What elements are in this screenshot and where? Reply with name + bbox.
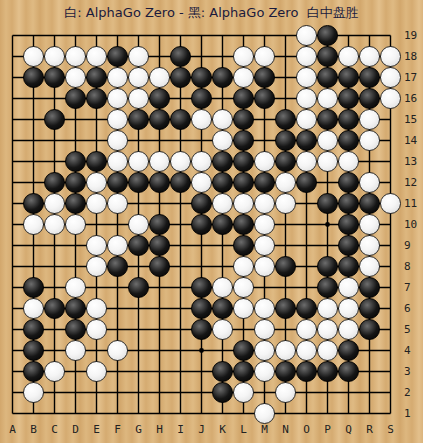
white-stone xyxy=(254,298,275,319)
white-stone xyxy=(275,193,296,214)
row-label: 12 xyxy=(404,176,423,190)
white-stone xyxy=(317,151,338,172)
black-stone xyxy=(338,130,359,151)
black-stone xyxy=(107,172,128,193)
col-label: S xyxy=(380,423,401,436)
row-label: 2 xyxy=(404,386,423,400)
star-point xyxy=(199,348,204,353)
white-stone xyxy=(233,298,254,319)
black-stone xyxy=(338,235,359,256)
black-stone xyxy=(233,172,254,193)
black-stone xyxy=(212,67,233,88)
white-stone xyxy=(191,109,212,130)
row-label: 4 xyxy=(404,344,423,358)
black-stone xyxy=(23,319,44,340)
black-stone xyxy=(233,151,254,172)
black-stone xyxy=(233,235,254,256)
row-label: 11 xyxy=(404,197,423,211)
white-stone xyxy=(23,382,44,403)
col-label: A xyxy=(2,423,23,436)
white-stone xyxy=(233,46,254,67)
white-stone xyxy=(149,67,170,88)
white-stone xyxy=(380,67,401,88)
white-stone xyxy=(275,382,296,403)
black-stone xyxy=(191,67,212,88)
black-stone xyxy=(149,88,170,109)
col-label: K xyxy=(212,423,233,436)
black-stone xyxy=(233,340,254,361)
black-stone xyxy=(275,130,296,151)
white-stone xyxy=(86,256,107,277)
white-stone xyxy=(191,172,212,193)
black-stone xyxy=(128,172,149,193)
black-stone xyxy=(128,109,149,130)
black-stone xyxy=(317,46,338,67)
black-stone xyxy=(296,130,317,151)
white-stone xyxy=(359,214,380,235)
row-label: 1 xyxy=(404,407,423,421)
black-stone xyxy=(338,340,359,361)
col-label: E xyxy=(86,423,107,436)
col-label: N xyxy=(275,423,296,436)
black-stone xyxy=(191,277,212,298)
white-stone xyxy=(296,46,317,67)
col-label: C xyxy=(44,423,65,436)
black-stone xyxy=(233,361,254,382)
white-stone xyxy=(254,256,275,277)
black-stone xyxy=(338,172,359,193)
black-stone xyxy=(359,67,380,88)
black-stone xyxy=(86,88,107,109)
white-stone xyxy=(107,193,128,214)
white-stone xyxy=(317,88,338,109)
row-label: 8 xyxy=(404,260,423,274)
white-stone xyxy=(296,109,317,130)
white-stone xyxy=(254,151,275,172)
go-board[interactable]: ABCDEFGHIJKLMNOPQRS 19181716151413121110… xyxy=(2,25,423,443)
col-label: R xyxy=(359,423,380,436)
white-stone xyxy=(107,340,128,361)
white-stone xyxy=(65,67,86,88)
black-stone xyxy=(212,214,233,235)
white-stone xyxy=(44,193,65,214)
white-stone xyxy=(128,214,149,235)
black-stone xyxy=(191,193,212,214)
white-stone xyxy=(86,46,107,67)
black-stone xyxy=(338,214,359,235)
black-stone xyxy=(275,109,296,130)
white-stone xyxy=(338,151,359,172)
row-label: 10 xyxy=(404,218,423,232)
white-stone xyxy=(338,298,359,319)
white-stone xyxy=(128,67,149,88)
white-stone xyxy=(254,46,275,67)
black-stone xyxy=(317,193,338,214)
white-stone xyxy=(107,88,128,109)
black-stone xyxy=(65,193,86,214)
black-stone xyxy=(65,151,86,172)
black-stone xyxy=(212,172,233,193)
black-stone xyxy=(359,277,380,298)
white-stone xyxy=(254,340,275,361)
white-stone xyxy=(296,340,317,361)
white-stone xyxy=(65,46,86,67)
white-stone xyxy=(254,319,275,340)
black-stone xyxy=(317,109,338,130)
col-label: H xyxy=(149,423,170,436)
white-stone xyxy=(23,298,44,319)
white-stone xyxy=(170,151,191,172)
white-stone xyxy=(107,151,128,172)
white-stone xyxy=(128,88,149,109)
white-stone xyxy=(44,214,65,235)
black-stone xyxy=(44,109,65,130)
black-stone xyxy=(296,361,317,382)
white-stone xyxy=(86,361,107,382)
black-stone xyxy=(191,298,212,319)
white-stone xyxy=(212,277,233,298)
white-stone xyxy=(338,46,359,67)
white-stone xyxy=(212,130,233,151)
black-stone xyxy=(149,214,170,235)
white-stone xyxy=(359,46,380,67)
black-stone xyxy=(359,298,380,319)
white-stone xyxy=(317,319,338,340)
black-stone xyxy=(170,109,191,130)
black-stone xyxy=(317,25,338,46)
white-stone xyxy=(86,193,107,214)
white-stone xyxy=(107,235,128,256)
white-stone xyxy=(44,46,65,67)
row-label: 13 xyxy=(404,155,423,169)
white-stone xyxy=(86,172,107,193)
black-stone xyxy=(191,214,212,235)
row-label: 15 xyxy=(404,113,423,127)
white-stone xyxy=(65,340,86,361)
white-stone xyxy=(233,382,254,403)
black-stone xyxy=(338,88,359,109)
white-stone xyxy=(23,214,44,235)
black-stone xyxy=(107,256,128,277)
white-stone xyxy=(23,46,44,67)
black-stone xyxy=(65,88,86,109)
white-stone xyxy=(212,319,233,340)
black-stone xyxy=(23,340,44,361)
black-stone xyxy=(65,298,86,319)
white-stone xyxy=(233,277,254,298)
black-stone xyxy=(149,256,170,277)
white-stone xyxy=(359,172,380,193)
row-label: 16 xyxy=(404,92,423,106)
black-stone xyxy=(338,361,359,382)
white-stone xyxy=(212,193,233,214)
white-stone xyxy=(44,361,65,382)
row-label: 17 xyxy=(404,71,423,85)
row-label: 18 xyxy=(404,50,423,64)
white-stone xyxy=(233,256,254,277)
black-stone xyxy=(149,109,170,130)
black-stone xyxy=(359,193,380,214)
row-label: 7 xyxy=(404,281,423,295)
col-label: Q xyxy=(338,423,359,436)
black-stone xyxy=(233,130,254,151)
white-stone xyxy=(380,46,401,67)
black-stone xyxy=(275,256,296,277)
white-stone xyxy=(359,130,380,151)
black-stone xyxy=(296,172,317,193)
black-stone xyxy=(254,172,275,193)
col-label: J xyxy=(191,423,212,436)
col-label: L xyxy=(233,423,254,436)
black-stone xyxy=(359,88,380,109)
white-stone xyxy=(254,361,275,382)
black-stone xyxy=(23,67,44,88)
black-stone xyxy=(212,361,233,382)
black-stone xyxy=(44,172,65,193)
black-stone xyxy=(23,193,44,214)
black-stone xyxy=(170,46,191,67)
black-stone xyxy=(233,88,254,109)
white-stone xyxy=(65,214,86,235)
white-stone xyxy=(380,193,401,214)
col-label: D xyxy=(65,423,86,436)
white-stone xyxy=(296,25,317,46)
white-stone xyxy=(86,319,107,340)
black-stone xyxy=(233,109,254,130)
white-stone xyxy=(338,277,359,298)
black-stone xyxy=(275,298,296,319)
col-label: I xyxy=(170,423,191,436)
black-stone xyxy=(170,67,191,88)
black-stone xyxy=(170,172,191,193)
white-stone xyxy=(317,298,338,319)
black-stone xyxy=(23,277,44,298)
white-stone xyxy=(380,88,401,109)
row-label: 19 xyxy=(404,29,423,43)
white-stone xyxy=(107,109,128,130)
black-stone xyxy=(254,88,275,109)
black-stone xyxy=(212,151,233,172)
black-stone xyxy=(128,235,149,256)
white-stone xyxy=(275,172,296,193)
black-stone xyxy=(359,319,380,340)
black-stone xyxy=(254,67,275,88)
black-stone xyxy=(23,361,44,382)
white-stone xyxy=(233,193,254,214)
white-stone xyxy=(317,130,338,151)
white-stone xyxy=(254,403,275,424)
black-stone xyxy=(338,256,359,277)
white-stone xyxy=(317,340,338,361)
row-label: 14 xyxy=(404,134,423,148)
black-stone xyxy=(44,67,65,88)
white-stone xyxy=(296,67,317,88)
col-label: B xyxy=(23,423,44,436)
white-stone xyxy=(191,151,212,172)
white-stone xyxy=(107,130,128,151)
white-stone xyxy=(212,109,233,130)
black-stone xyxy=(44,298,65,319)
white-stone xyxy=(107,67,128,88)
white-stone xyxy=(338,319,359,340)
black-stone xyxy=(212,298,233,319)
go-game-viewer: 白: AlphaGo Zero - 黑: AlphaGo Zero 白中盘胜 A… xyxy=(0,0,423,443)
col-label: O xyxy=(296,423,317,436)
col-label: F xyxy=(107,423,128,436)
white-stone xyxy=(296,151,317,172)
white-stone xyxy=(86,235,107,256)
black-stone xyxy=(86,151,107,172)
black-stone xyxy=(233,214,254,235)
black-stone xyxy=(317,67,338,88)
black-stone xyxy=(317,277,338,298)
black-stone xyxy=(86,67,107,88)
col-label: G xyxy=(128,423,149,436)
white-stone xyxy=(65,277,86,298)
white-stone xyxy=(233,67,254,88)
black-stone xyxy=(107,46,128,67)
white-stone xyxy=(149,151,170,172)
black-stone xyxy=(149,172,170,193)
black-stone xyxy=(296,298,317,319)
white-stone xyxy=(275,340,296,361)
black-stone xyxy=(338,193,359,214)
black-stone xyxy=(212,382,233,403)
white-stone xyxy=(86,298,107,319)
game-title: 白: AlphaGo Zero - 黑: AlphaGo Zero 白中盘胜 xyxy=(0,4,423,21)
white-stone xyxy=(128,151,149,172)
white-stone xyxy=(296,88,317,109)
black-stone xyxy=(65,319,86,340)
row-label: 3 xyxy=(404,365,423,379)
black-stone xyxy=(338,109,359,130)
white-stone xyxy=(359,235,380,256)
white-stone xyxy=(254,235,275,256)
black-stone xyxy=(275,361,296,382)
black-stone xyxy=(317,256,338,277)
white-stone xyxy=(296,319,317,340)
col-label: P xyxy=(317,423,338,436)
black-stone xyxy=(191,88,212,109)
black-stone xyxy=(65,172,86,193)
col-label: M xyxy=(254,423,275,436)
black-stone xyxy=(149,235,170,256)
black-stone xyxy=(128,277,149,298)
black-stone xyxy=(317,361,338,382)
black-stone xyxy=(191,319,212,340)
row-label: 9 xyxy=(404,239,423,253)
white-stone xyxy=(359,109,380,130)
white-stone xyxy=(254,193,275,214)
white-stone xyxy=(359,256,380,277)
star-point xyxy=(325,222,330,227)
black-stone xyxy=(275,151,296,172)
white-stone xyxy=(254,214,275,235)
black-stone xyxy=(338,67,359,88)
white-stone xyxy=(128,46,149,67)
row-label: 5 xyxy=(404,323,423,337)
row-label: 6 xyxy=(404,302,423,316)
